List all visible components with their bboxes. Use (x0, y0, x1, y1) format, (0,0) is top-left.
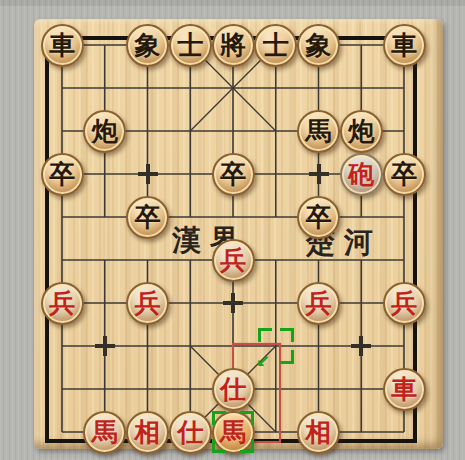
piece-black-chariot-i0[interactable]: 車 (383, 24, 426, 67)
piece-glyph: 馬 (299, 112, 338, 151)
piece-black-chariot-a0[interactable]: 車 (41, 24, 84, 67)
piece-glyph: 兵 (299, 284, 338, 323)
piece-glyph: 相 (128, 413, 167, 452)
piece-black-soldier-i3[interactable]: 卒 (383, 153, 426, 196)
move-direction-arrow-icon: ↙ (254, 352, 272, 370)
piece-red-horse-b9[interactable]: 馬 (83, 411, 126, 454)
piece-black-soldier-a3[interactable]: 卒 (41, 153, 84, 196)
piece-glyph: 砲 (342, 155, 381, 194)
point-marker (309, 164, 329, 184)
piece-black-soldier-g4[interactable]: 卒 (297, 196, 340, 239)
piece-red-advisor-e8[interactable]: 仕 (212, 368, 255, 411)
piece-black-general-e0[interactable]: 將 (212, 24, 255, 67)
piece-glyph: 仕 (171, 413, 210, 452)
piece-black-soldier-e3[interactable]: 卒 (212, 153, 255, 196)
bracket-corner (212, 439, 226, 453)
piece-glyph: 象 (299, 26, 338, 65)
piece-glyph: 相 (299, 413, 338, 452)
piece-black-advisor-f0[interactable]: 士 (254, 24, 297, 67)
piece-black-elephant-g0[interactable]: 象 (297, 24, 340, 67)
piece-red-advisor-d9[interactable]: 仕 (169, 411, 212, 454)
point-marker (223, 293, 243, 313)
piece-black-advisor-d0[interactable]: 士 (169, 24, 212, 67)
piece-red-chariot-i8[interactable]: 車 (383, 368, 426, 411)
piece-glyph: 卒 (128, 198, 167, 237)
piece-black-elephant-c0[interactable]: 象 (126, 24, 169, 67)
piece-red-soldier-g6[interactable]: 兵 (297, 282, 340, 325)
bracket-corner (240, 439, 254, 453)
piece-glyph: 車 (385, 26, 424, 65)
piece-black-cannon-b2[interactable]: 炮 (83, 110, 126, 153)
piece-glyph: 將 (214, 26, 253, 65)
piece-glyph: 卒 (43, 155, 82, 194)
piece-black-horse-g2[interactable]: 馬 (297, 110, 340, 153)
piece-red-soldier-a6[interactable]: 兵 (41, 282, 84, 325)
piece-glyph: 卒 (299, 198, 338, 237)
piece-glyph: 仕 (214, 370, 253, 409)
bracket-corner (280, 328, 294, 342)
point-marker (351, 336, 371, 356)
bracket-corner (280, 350, 294, 364)
bracket-corner (212, 411, 226, 425)
target-point-brackets: ↙ (258, 328, 294, 364)
selected-piece-brackets (212, 411, 254, 453)
bracket-corner (258, 328, 272, 342)
piece-glyph: 士 (256, 26, 295, 65)
piece-red-soldier-e5[interactable]: 兵 (212, 239, 255, 282)
piece-glyph: 卒 (214, 155, 253, 194)
piece-glyph: 兵 (43, 284, 82, 323)
piece-red-cannon-h3[interactable]: 砲 (340, 153, 383, 196)
piece-glyph: 兵 (214, 241, 253, 280)
window-frame: 漢界 楚河 車象士將士象車炮馬炮卒卒砲卒卒卒兵兵兵兵兵仕車馬相仕馬相 ↙ (0, 0, 465, 460)
piece-glyph: 炮 (342, 112, 381, 151)
piece-glyph: 象 (128, 26, 167, 65)
piece-black-cannon-h2[interactable]: 炮 (340, 110, 383, 153)
piece-glyph: 卒 (385, 155, 424, 194)
xiangqi-board: 漢界 楚河 車象士將士象車炮馬炮卒卒砲卒卒卒兵兵兵兵兵仕車馬相仕馬相 ↙ (34, 19, 443, 449)
piece-glyph: 馬 (85, 413, 124, 452)
piece-glyph: 車 (385, 370, 424, 409)
piece-red-elephant-c9[interactable]: 相 (126, 411, 169, 454)
bracket-corner (240, 411, 254, 425)
piece-black-soldier-c4[interactable]: 卒 (126, 196, 169, 239)
piece-glyph: 炮 (85, 112, 124, 151)
piece-glyph: 兵 (128, 284, 167, 323)
piece-red-soldier-c6[interactable]: 兵 (126, 282, 169, 325)
piece-red-soldier-i6[interactable]: 兵 (383, 282, 426, 325)
point-marker (138, 164, 158, 184)
point-marker (95, 336, 115, 356)
piece-glyph: 車 (43, 26, 82, 65)
piece-red-elephant-g9[interactable]: 相 (297, 411, 340, 454)
piece-glyph: 兵 (385, 284, 424, 323)
piece-glyph: 士 (171, 26, 210, 65)
